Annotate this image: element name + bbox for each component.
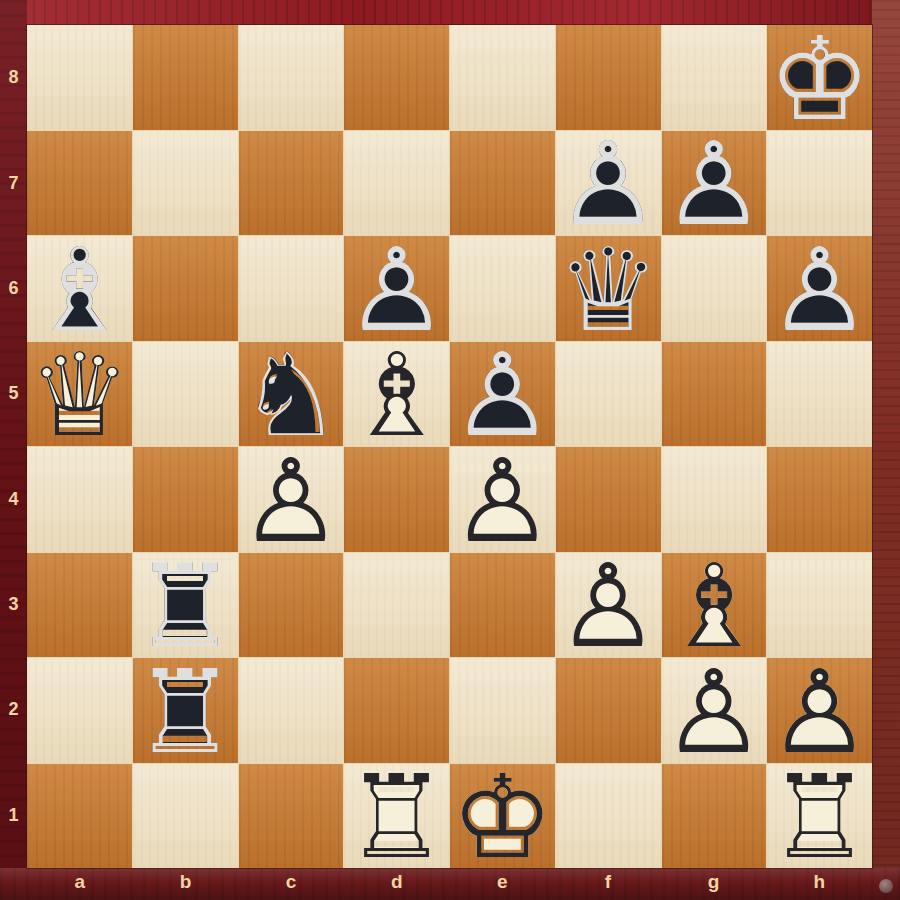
square-h3[interactable] [767,553,872,658]
piece-black-bishop[interactable]: ♝♗ [27,236,132,341]
square-b3[interactable]: ♜♖ [133,553,238,658]
square-a7[interactable] [27,131,132,236]
piece-black-king[interactable]: ♚♔ [767,25,872,130]
board: ♚♔♟♙♟♙♝♗♟♙♛♕♟♙♛♕♞♘♝♗♟♙♟♙♟♙♜♖♟♙♝♗♜♖♟♙♟♙♜♖… [27,25,872,868]
square-b6[interactable] [133,236,238,341]
corner-screw-dot [879,879,893,893]
square-c6[interactable] [239,236,344,341]
square-d6[interactable]: ♟♙ [344,236,449,341]
square-g8[interactable] [662,25,767,130]
white-pawn-outline-glyph: ♙ [239,447,344,552]
square-a8[interactable] [27,25,132,130]
file-label-b: b [133,866,239,898]
rank-label-6: 6 [0,236,27,341]
piece-white-rook[interactable]: ♜♖ [344,764,449,869]
square-h2[interactable]: ♟♙ [767,658,872,763]
square-d7[interactable] [344,131,449,236]
piece-black-pawn[interactable]: ♟♙ [556,131,661,236]
square-a4[interactable] [27,447,132,552]
piece-black-rook[interactable]: ♜♖ [133,658,238,763]
file-label-h: h [766,866,872,898]
black-pawn-outline-glyph: ♙ [344,236,449,341]
square-c2[interactable] [239,658,344,763]
rank-label-5: 5 [0,341,27,446]
rank-labels: 87654321 [0,25,27,868]
rank-label-2: 2 [0,657,27,762]
black-queen-outline-glyph: ♕ [556,236,661,341]
square-c4[interactable]: ♟♙ [239,447,344,552]
piece-black-rook[interactable]: ♜♖ [133,553,238,658]
white-queen-outline-glyph: ♕ [27,342,132,447]
piece-black-knight[interactable]: ♞♘ [239,342,344,447]
black-king-outline-glyph: ♔ [767,25,872,130]
black-pawn-outline-glyph: ♙ [450,342,555,447]
piece-black-pawn[interactable]: ♟♙ [662,131,767,236]
rank-label-1: 1 [0,763,27,868]
square-f2[interactable] [556,658,661,763]
white-pawn-outline-glyph: ♙ [662,658,767,763]
square-d8[interactable] [344,25,449,130]
square-g4[interactable] [662,447,767,552]
square-f1[interactable] [556,764,661,869]
black-pawn-outline-glyph: ♙ [662,131,767,236]
piece-black-queen[interactable]: ♛♕ [556,236,661,341]
piece-black-pawn[interactable]: ♟♙ [767,236,872,341]
white-bishop-outline-glyph: ♗ [344,342,449,447]
square-g1[interactable] [662,764,767,869]
square-h1[interactable]: ♜♖ [767,764,872,869]
square-d1[interactable]: ♜♖ [344,764,449,869]
black-pawn-outline-glyph: ♙ [556,131,661,236]
square-g2[interactable]: ♟♙ [662,658,767,763]
file-label-a: a [27,866,133,898]
square-a1[interactable] [27,764,132,869]
square-b8[interactable] [133,25,238,130]
square-d2[interactable] [344,658,449,763]
square-a6[interactable]: ♝♗ [27,236,132,341]
square-c5[interactable]: ♞♘ [239,342,344,447]
square-f5[interactable] [556,342,661,447]
square-e7[interactable] [450,131,555,236]
white-pawn-outline-glyph: ♙ [556,553,661,658]
white-rook-outline-glyph: ♖ [767,764,872,869]
white-king-outline-glyph: ♔ [450,764,555,869]
square-d3[interactable] [344,553,449,658]
square-d4[interactable] [344,447,449,552]
square-b2[interactable]: ♜♖ [133,658,238,763]
black-knight-outline-glyph: ♘ [239,342,344,447]
square-e6[interactable] [450,236,555,341]
piece-white-bishop[interactable]: ♝♗ [344,342,449,447]
square-g6[interactable] [662,236,767,341]
square-b1[interactable] [133,764,238,869]
square-h5[interactable] [767,342,872,447]
frame-top-edge [0,0,900,25]
piece-white-pawn[interactable]: ♟♙ [239,447,344,552]
piece-white-rook[interactable]: ♜♖ [767,764,872,869]
square-h6[interactable]: ♟♙ [767,236,872,341]
square-c7[interactable] [239,131,344,236]
file-label-g: g [661,866,767,898]
square-c3[interactable] [239,553,344,658]
square-f8[interactable] [556,25,661,130]
black-rook-outline-glyph: ♖ [133,553,238,658]
file-label-e: e [450,866,556,898]
square-e3[interactable] [450,553,555,658]
black-pawn-outline-glyph: ♙ [767,236,872,341]
square-h8[interactable]: ♚♔ [767,25,872,130]
piece-white-queen[interactable]: ♛♕ [27,342,132,447]
square-g7[interactable]: ♟♙ [662,131,767,236]
file-label-c: c [238,866,344,898]
square-a3[interactable] [27,553,132,658]
square-a2[interactable] [27,658,132,763]
white-pawn-outline-glyph: ♙ [767,658,872,763]
frame-right-edge [872,0,900,900]
square-f4[interactable] [556,447,661,552]
piece-black-pawn[interactable]: ♟♙ [344,236,449,341]
square-g5[interactable] [662,342,767,447]
rank-label-7: 7 [0,130,27,235]
square-f7[interactable]: ♟♙ [556,131,661,236]
square-e5[interactable]: ♟♙ [450,342,555,447]
white-pawn-outline-glyph: ♙ [450,447,555,552]
file-label-d: d [344,866,450,898]
square-f3[interactable]: ♟♙ [556,553,661,658]
file-label-f: f [555,866,661,898]
square-e1[interactable]: ♚♔ [450,764,555,869]
piece-white-bishop[interactable]: ♝♗ [662,553,767,658]
square-d5[interactable]: ♝♗ [344,342,449,447]
square-g3[interactable]: ♝♗ [662,553,767,658]
rank-label-4: 4 [0,447,27,552]
piece-white-pawn[interactable]: ♟♙ [767,658,872,763]
black-bishop-outline-glyph: ♗ [27,236,132,341]
square-b4[interactable] [133,447,238,552]
piece-black-pawn[interactable]: ♟♙ [450,342,555,447]
square-c1[interactable] [239,764,344,869]
file-labels: abcdefgh [27,866,872,898]
chess-diagram: ♚♔♟♙♟♙♝♗♟♙♛♕♟♙♛♕♞♘♝♗♟♙♟♙♟♙♜♖♟♙♝♗♜♖♟♙♟♙♜♖… [0,0,900,900]
rank-label-8: 8 [0,25,27,130]
square-f6[interactable]: ♛♕ [556,236,661,341]
square-h7[interactable] [767,131,872,236]
square-c8[interactable] [239,25,344,130]
white-rook-outline-glyph: ♖ [344,764,449,869]
square-h4[interactable] [767,447,872,552]
piece-white-pawn[interactable]: ♟♙ [556,553,661,658]
piece-white-pawn[interactable]: ♟♙ [662,658,767,763]
square-b7[interactable] [133,131,238,236]
square-e2[interactable] [450,658,555,763]
white-bishop-outline-glyph: ♗ [662,553,767,658]
black-rook-outline-glyph: ♖ [133,658,238,763]
square-a5[interactable]: ♛♕ [27,342,132,447]
square-e8[interactable] [450,25,555,130]
piece-white-king[interactable]: ♚♔ [450,764,555,869]
rank-label-3: 3 [0,552,27,657]
square-b5[interactable] [133,342,238,447]
square-e4[interactable]: ♟♙ [450,447,555,552]
piece-white-pawn[interactable]: ♟♙ [450,447,555,552]
